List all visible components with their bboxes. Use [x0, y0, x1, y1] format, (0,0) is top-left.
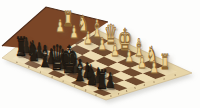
piece-white-pawn-c2[interactable]: ♟: [84, 29, 93, 47]
piece-white-pawn-a2[interactable]: ♟: [55, 17, 64, 35]
piece-white-pawn-d2[interactable]: ♟: [98, 35, 107, 53]
piece-white-pawn-g2[interactable]: ♟: [137, 53, 146, 71]
piece-black-rook-h8[interactable]: ♜: [96, 68, 109, 94]
piece-white-pawn-e2[interactable]: ♟: [111, 41, 120, 59]
piece-white-pawn-f2[interactable]: ♟: [124, 47, 133, 65]
chess-set-photo: abcdefgh12345678 ♜♞♝♛♚♝♞♜♟♟♟♟♟♟♟♟♟♟♟♟♟♟♟…: [0, 0, 200, 108]
piece-white-pawn-h2[interactable]: ♟: [150, 58, 159, 76]
piece-white-rook-h1[interactable]: ♜: [160, 52, 170, 73]
